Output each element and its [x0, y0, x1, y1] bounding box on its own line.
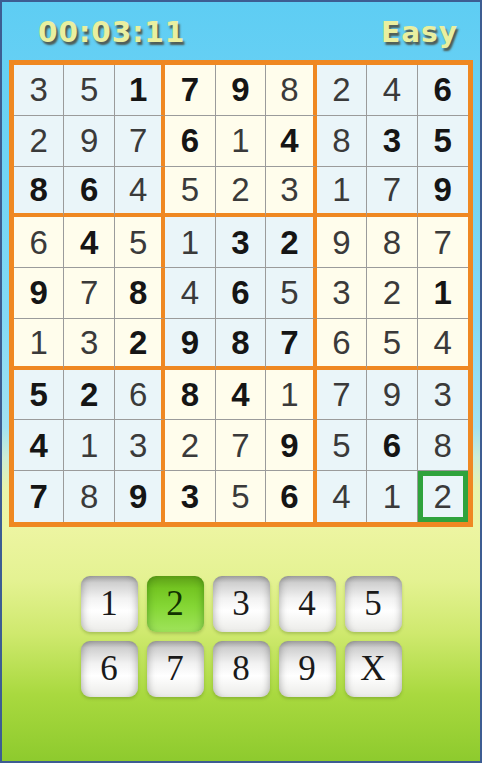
sudoku-cell-r8c9[interactable]: 8 — [418, 420, 468, 471]
sudoku-cell-r5c4[interactable]: 4 — [165, 268, 215, 319]
sudoku-cell-r1c2[interactable]: 5 — [64, 65, 114, 116]
sudoku-cell-r6c5[interactable]: 8 — [216, 319, 266, 370]
sudoku-cell-r6c2[interactable]: 3 — [64, 319, 114, 370]
sudoku-cell-r5c1[interactable]: 9 — [14, 268, 64, 319]
sudoku-cell-r6c9[interactable]: 4 — [418, 319, 468, 370]
sudoku-cell-r9c7[interactable]: 4 — [317, 471, 367, 522]
key-3[interactable]: 3 — [213, 576, 270, 632]
sudoku-cell-r1c6[interactable]: 8 — [266, 65, 316, 116]
sudoku-cell-r1c3[interactable]: 1 — [115, 65, 165, 116]
top-bar: 00:03:11 Easy — [2, 2, 480, 60]
key-8[interactable]: 8 — [213, 641, 270, 697]
sudoku-cell-r2c2[interactable]: 9 — [64, 116, 114, 167]
sudoku-cell-r7c5[interactable]: 4 — [216, 370, 266, 421]
sudoku-cell-r6c7[interactable]: 6 — [317, 319, 367, 370]
sudoku-cell-r5c5[interactable]: 6 — [216, 268, 266, 319]
sudoku-cell-r1c4[interactable]: 7 — [165, 65, 215, 116]
sudoku-cell-r9c4[interactable]: 3 — [165, 471, 215, 522]
sudoku-cell-r9c9[interactable]: 2 — [418, 471, 468, 522]
sudoku-cell-r8c8[interactable]: 6 — [367, 420, 417, 471]
sudoku-cell-r9c8[interactable]: 1 — [367, 471, 417, 522]
sudoku-cell-r8c2[interactable]: 1 — [64, 420, 114, 471]
sudoku-cell-r4c3[interactable]: 5 — [115, 217, 165, 268]
sudoku-board: 3517982462976148358645231796451329879784… — [9, 60, 473, 527]
sudoku-cell-r8c4[interactable]: 2 — [165, 420, 215, 471]
sudoku-cell-r2c7[interactable]: 8 — [317, 116, 367, 167]
sudoku-cell-r3c6[interactable]: 3 — [266, 167, 316, 218]
sudoku-cell-r4c4[interactable]: 1 — [165, 217, 215, 268]
sudoku-cell-r1c7[interactable]: 2 — [317, 65, 367, 116]
sudoku-cell-r4c1[interactable]: 6 — [14, 217, 64, 268]
sudoku-cell-r4c7[interactable]: 9 — [317, 217, 367, 268]
sudoku-cell-r8c1[interactable]: 4 — [14, 420, 64, 471]
sudoku-cell-r7c4[interactable]: 8 — [165, 370, 215, 421]
sudoku-cell-r2c3[interactable]: 7 — [115, 116, 165, 167]
sudoku-cell-r7c8[interactable]: 9 — [367, 370, 417, 421]
sudoku-cell-r3c5[interactable]: 2 — [216, 167, 266, 218]
sudoku-cell-r2c8[interactable]: 3 — [367, 116, 417, 167]
key-9[interactable]: 9 — [279, 641, 336, 697]
keypad-row-2: 6789X — [81, 641, 402, 697]
sudoku-cell-r5c8[interactable]: 2 — [367, 268, 417, 319]
sudoku-cell-r6c3[interactable]: 2 — [115, 319, 165, 370]
difficulty-label: Easy — [381, 16, 458, 49]
sudoku-cell-r6c8[interactable]: 5 — [367, 319, 417, 370]
sudoku-cell-r9c1[interactable]: 7 — [14, 471, 64, 522]
sudoku-cell-r9c2[interactable]: 8 — [64, 471, 114, 522]
sudoku-cell-r7c6[interactable]: 1 — [266, 370, 316, 421]
sudoku-cell-r7c2[interactable]: 2 — [64, 370, 114, 421]
key-2[interactable]: 2 — [147, 576, 204, 632]
sudoku-cell-r6c6[interactable]: 7 — [266, 319, 316, 370]
sudoku-cell-r6c4[interactable]: 9 — [165, 319, 215, 370]
sudoku-app: { "game": "sudoku", "position": "3517982… — [0, 0, 482, 763]
sudoku-cell-r3c9[interactable]: 9 — [418, 167, 468, 218]
key-6[interactable]: 6 — [81, 641, 138, 697]
sudoku-cell-r2c4[interactable]: 6 — [165, 116, 215, 167]
key-4[interactable]: 4 — [279, 576, 336, 632]
sudoku-cell-r1c5[interactable]: 9 — [216, 65, 266, 116]
sudoku-cell-r4c2[interactable]: 4 — [64, 217, 114, 268]
sudoku-cell-r7c9[interactable]: 3 — [418, 370, 468, 421]
sudoku-cell-r1c9[interactable]: 6 — [418, 65, 468, 116]
sudoku-cell-r4c9[interactable]: 7 — [418, 217, 468, 268]
sudoku-cell-r5c9[interactable]: 1 — [418, 268, 468, 319]
sudoku-cell-r3c3[interactable]: 4 — [115, 167, 165, 218]
sudoku-cell-r3c8[interactable]: 7 — [367, 167, 417, 218]
sudoku-cell-r4c8[interactable]: 8 — [367, 217, 417, 268]
sudoku-cell-r3c1[interactable]: 8 — [14, 167, 64, 218]
sudoku-cell-r8c7[interactable]: 5 — [317, 420, 367, 471]
sudoku-cell-r8c3[interactable]: 3 — [115, 420, 165, 471]
sudoku-cell-r5c3[interactable]: 8 — [115, 268, 165, 319]
sudoku-cell-r2c9[interactable]: 5 — [418, 116, 468, 167]
sudoku-cell-r9c5[interactable]: 5 — [216, 471, 266, 522]
sudoku-cell-r8c5[interactable]: 7 — [216, 420, 266, 471]
sudoku-cell-r5c6[interactable]: 5 — [266, 268, 316, 319]
sudoku-cell-r5c2[interactable]: 7 — [64, 268, 114, 319]
sudoku-cell-r2c1[interactable]: 2 — [14, 116, 64, 167]
sudoku-cell-r1c1[interactable]: 3 — [14, 65, 64, 116]
sudoku-cell-r4c5[interactable]: 3 — [216, 217, 266, 268]
sudoku-cell-r8c6[interactable]: 9 — [266, 420, 316, 471]
key-5[interactable]: 5 — [345, 576, 402, 632]
sudoku-cell-r9c3[interactable]: 9 — [115, 471, 165, 522]
key-1[interactable]: 1 — [81, 576, 138, 632]
sudoku-cell-r7c1[interactable]: 5 — [14, 370, 64, 421]
sudoku-cell-r7c3[interactable]: 6 — [115, 370, 165, 421]
sudoku-cell-r4c6[interactable]: 2 — [266, 217, 316, 268]
sudoku-cell-r2c5[interactable]: 1 — [216, 116, 266, 167]
sudoku-cell-r3c7[interactable]: 1 — [317, 167, 367, 218]
key-delete[interactable]: X — [345, 641, 402, 697]
sudoku-cell-r3c2[interactable]: 6 — [64, 167, 114, 218]
sudoku-cell-r6c1[interactable]: 1 — [14, 319, 64, 370]
sudoku-cell-r9c6[interactable]: 6 — [266, 471, 316, 522]
sudoku-cell-r3c4[interactable]: 5 — [165, 167, 215, 218]
sudoku-cell-r2c6[interactable]: 4 — [266, 116, 316, 167]
keypad-row-1: 12345 — [81, 576, 402, 632]
timer-label: 00:03:11 — [38, 16, 185, 49]
sudoku-cell-r1c8[interactable]: 4 — [367, 65, 417, 116]
sudoku-cell-r7c7[interactable]: 7 — [317, 370, 367, 421]
sudoku-cell-r5c7[interactable]: 3 — [317, 268, 367, 319]
number-keypad: 123456789X — [2, 576, 480, 697]
key-7[interactable]: 7 — [147, 641, 204, 697]
